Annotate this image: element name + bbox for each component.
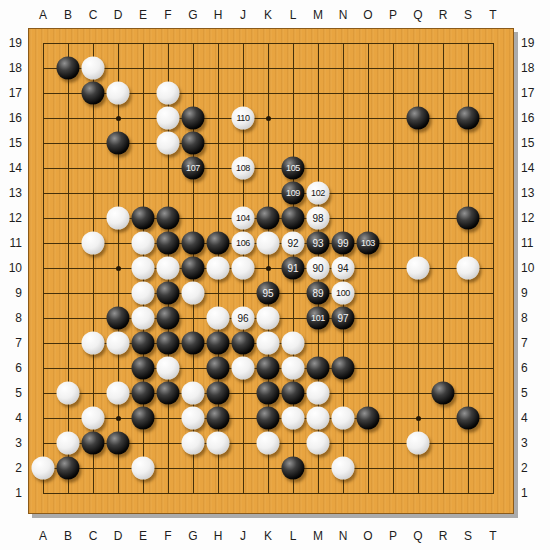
row-label-right: 13 bbox=[521, 186, 545, 200]
white-stone: 94 bbox=[332, 257, 355, 280]
column-label-bottom: C bbox=[83, 529, 103, 543]
column-label-bottom: D bbox=[108, 529, 128, 543]
black-stone: 101 bbox=[307, 307, 330, 330]
black-stone bbox=[207, 407, 230, 430]
row-label-right: 15 bbox=[521, 136, 545, 150]
white-stone bbox=[282, 332, 305, 355]
black-stone bbox=[457, 407, 480, 430]
row-label-left: 14 bbox=[2, 161, 22, 175]
white-stone bbox=[107, 82, 130, 105]
go-game-diagram: 1101071081051091021049810692939910391909… bbox=[0, 0, 550, 550]
column-label-top: O bbox=[358, 8, 378, 22]
column-label-top: L bbox=[283, 8, 303, 22]
black-stone bbox=[157, 307, 180, 330]
black-stone bbox=[407, 107, 430, 130]
black-stone bbox=[182, 107, 205, 130]
column-label-top: P bbox=[383, 8, 403, 22]
column-label-bottom: N bbox=[333, 529, 353, 543]
move-number-label: 107 bbox=[186, 164, 200, 173]
black-stone bbox=[82, 82, 105, 105]
white-stone bbox=[457, 257, 480, 280]
white-stone: 90 bbox=[307, 257, 330, 280]
row-label-right: 12 bbox=[521, 211, 545, 225]
white-stone bbox=[132, 257, 155, 280]
white-stone bbox=[407, 432, 430, 455]
move-number-label: 105 bbox=[286, 164, 300, 173]
white-stone bbox=[307, 407, 330, 430]
move-number-label: 95 bbox=[262, 288, 273, 298]
move-number-label: 106 bbox=[236, 239, 250, 248]
black-stone bbox=[157, 332, 180, 355]
row-label-left: 10 bbox=[2, 261, 22, 275]
column-label-top: H bbox=[208, 8, 228, 22]
move-number-label: 99 bbox=[337, 238, 348, 248]
row-label-right: 18 bbox=[521, 61, 545, 75]
black-stone: 91 bbox=[282, 257, 305, 280]
row-label-left: 12 bbox=[2, 211, 22, 225]
black-stone bbox=[107, 307, 130, 330]
white-stone: 102 bbox=[307, 182, 330, 205]
column-label-bottom: E bbox=[133, 529, 153, 543]
board-grid[interactable]: 1101071081051091021049810692939910391909… bbox=[43, 43, 494, 494]
white-stone bbox=[82, 407, 105, 430]
move-number-label: 101 bbox=[311, 314, 325, 323]
row-label-left: 1 bbox=[2, 486, 22, 500]
black-stone bbox=[157, 282, 180, 305]
column-label-bottom: M bbox=[308, 529, 328, 543]
black-stone bbox=[182, 332, 205, 355]
row-label-left: 4 bbox=[2, 411, 22, 425]
column-label-bottom: J bbox=[233, 529, 253, 543]
white-stone bbox=[157, 107, 180, 130]
star-point bbox=[116, 416, 121, 421]
row-label-right: 10 bbox=[521, 261, 545, 275]
column-label-bottom: B bbox=[58, 529, 78, 543]
white-stone bbox=[182, 407, 205, 430]
white-stone: 108 bbox=[232, 157, 255, 180]
move-number-label: 108 bbox=[236, 164, 250, 173]
white-stone bbox=[157, 257, 180, 280]
black-stone bbox=[207, 382, 230, 405]
black-stone bbox=[157, 232, 180, 255]
column-label-bottom: T bbox=[483, 529, 503, 543]
white-stone bbox=[257, 307, 280, 330]
black-stone bbox=[332, 357, 355, 380]
black-stone bbox=[207, 357, 230, 380]
row-label-right: 17 bbox=[521, 86, 545, 100]
column-label-top: E bbox=[133, 8, 153, 22]
white-stone bbox=[107, 207, 130, 230]
row-label-left: 16 bbox=[2, 111, 22, 125]
row-label-left: 2 bbox=[2, 461, 22, 475]
column-label-top: M bbox=[308, 8, 328, 22]
move-number-label: 96 bbox=[237, 313, 248, 323]
white-stone bbox=[257, 432, 280, 455]
black-stone bbox=[157, 207, 180, 230]
black-stone bbox=[357, 407, 380, 430]
white-stone: 104 bbox=[232, 207, 255, 230]
black-stone bbox=[132, 407, 155, 430]
black-stone bbox=[457, 207, 480, 230]
column-label-bottom: A bbox=[33, 529, 53, 543]
white-stone: 100 bbox=[332, 282, 355, 305]
white-stone bbox=[282, 407, 305, 430]
column-label-top: C bbox=[83, 8, 103, 22]
column-label-top: J bbox=[233, 8, 253, 22]
row-label-left: 13 bbox=[2, 186, 22, 200]
white-stone bbox=[107, 332, 130, 355]
white-stone bbox=[207, 257, 230, 280]
white-stone bbox=[157, 357, 180, 380]
black-stone bbox=[282, 207, 305, 230]
black-stone bbox=[107, 132, 130, 155]
row-label-left: 11 bbox=[2, 236, 22, 250]
star-point bbox=[416, 416, 421, 421]
row-label-right: 11 bbox=[521, 236, 545, 250]
column-label-top: G bbox=[183, 8, 203, 22]
black-stone bbox=[82, 432, 105, 455]
white-stone bbox=[132, 282, 155, 305]
column-label-bottom: H bbox=[208, 529, 228, 543]
column-label-bottom: Q bbox=[408, 529, 428, 543]
row-label-left: 7 bbox=[2, 336, 22, 350]
white-stone bbox=[307, 382, 330, 405]
row-label-right: 16 bbox=[521, 111, 545, 125]
column-label-top: D bbox=[108, 8, 128, 22]
move-number-label: 104 bbox=[236, 214, 250, 223]
white-stone: 98 bbox=[307, 207, 330, 230]
black-stone: 103 bbox=[357, 232, 380, 255]
row-label-left: 9 bbox=[2, 286, 22, 300]
black-stone: 107 bbox=[182, 157, 205, 180]
row-label-left: 18 bbox=[2, 61, 22, 75]
white-stone bbox=[57, 432, 80, 455]
white-stone bbox=[332, 457, 355, 480]
white-stone bbox=[232, 257, 255, 280]
black-stone bbox=[132, 382, 155, 405]
black-stone bbox=[257, 382, 280, 405]
row-label-left: 5 bbox=[2, 386, 22, 400]
row-label-left: 6 bbox=[2, 361, 22, 375]
black-stone: 109 bbox=[282, 182, 305, 205]
star-point bbox=[116, 116, 121, 121]
black-stone bbox=[282, 382, 305, 405]
row-label-right: 2 bbox=[521, 461, 545, 475]
move-number-label: 97 bbox=[337, 313, 348, 323]
row-label-right: 5 bbox=[521, 386, 545, 400]
go-board[interactable]: 1101071081051091021049810692939910391909… bbox=[28, 28, 514, 514]
white-stone bbox=[107, 382, 130, 405]
white-stone bbox=[57, 382, 80, 405]
column-label-top: S bbox=[458, 8, 478, 22]
move-number-label: 93 bbox=[312, 238, 323, 248]
move-number-label: 92 bbox=[287, 238, 298, 248]
black-stone: 95 bbox=[257, 282, 280, 305]
black-stone bbox=[157, 382, 180, 405]
column-label-top: R bbox=[433, 8, 453, 22]
row-label-left: 15 bbox=[2, 136, 22, 150]
column-label-top: K bbox=[258, 8, 278, 22]
black-stone bbox=[182, 232, 205, 255]
column-label-top: Q bbox=[408, 8, 428, 22]
black-stone bbox=[132, 207, 155, 230]
white-stone bbox=[207, 432, 230, 455]
black-stone bbox=[257, 357, 280, 380]
column-label-bottom: S bbox=[458, 529, 478, 543]
white-stone bbox=[282, 357, 305, 380]
white-stone bbox=[182, 382, 205, 405]
column-label-bottom: K bbox=[258, 529, 278, 543]
column-label-top: T bbox=[483, 8, 503, 22]
white-stone bbox=[207, 307, 230, 330]
row-label-right: 7 bbox=[521, 336, 545, 350]
black-stone bbox=[132, 332, 155, 355]
move-number-label: 98 bbox=[312, 213, 323, 223]
white-stone: 106 bbox=[232, 232, 255, 255]
move-number-label: 102 bbox=[311, 189, 325, 198]
black-stone: 105 bbox=[282, 157, 305, 180]
column-label-top: B bbox=[58, 8, 78, 22]
move-number-label: 94 bbox=[337, 263, 348, 273]
star-point bbox=[116, 266, 121, 271]
white-stone bbox=[407, 257, 430, 280]
row-label-right: 8 bbox=[521, 311, 545, 325]
black-stone bbox=[257, 207, 280, 230]
row-label-left: 3 bbox=[2, 436, 22, 450]
white-stone: 110 bbox=[232, 107, 255, 130]
white-stone bbox=[132, 457, 155, 480]
white-stone bbox=[32, 457, 55, 480]
column-label-bottom: R bbox=[433, 529, 453, 543]
row-label-right: 4 bbox=[521, 411, 545, 425]
column-label-bottom: L bbox=[283, 529, 303, 543]
black-stone bbox=[207, 232, 230, 255]
white-stone bbox=[157, 132, 180, 155]
white-stone bbox=[132, 307, 155, 330]
column-label-top: F bbox=[158, 8, 178, 22]
column-label-top: A bbox=[33, 8, 53, 22]
white-stone bbox=[307, 432, 330, 455]
row-label-right: 3 bbox=[521, 436, 545, 450]
black-stone bbox=[182, 257, 205, 280]
column-label-top: N bbox=[333, 8, 353, 22]
black-stone bbox=[132, 357, 155, 380]
black-stone bbox=[232, 332, 255, 355]
black-stone bbox=[307, 357, 330, 380]
white-stone bbox=[82, 232, 105, 255]
black-stone: 99 bbox=[332, 232, 355, 255]
white-stone bbox=[157, 82, 180, 105]
row-label-left: 8 bbox=[2, 311, 22, 325]
black-stone: 89 bbox=[307, 282, 330, 305]
black-stone bbox=[432, 382, 455, 405]
row-label-right: 9 bbox=[521, 286, 545, 300]
row-label-left: 17 bbox=[2, 86, 22, 100]
row-label-left: 19 bbox=[2, 36, 22, 50]
move-number-label: 90 bbox=[312, 263, 323, 273]
white-stone: 92 bbox=[282, 232, 305, 255]
white-stone bbox=[232, 357, 255, 380]
column-label-bottom: O bbox=[358, 529, 378, 543]
black-stone bbox=[257, 407, 280, 430]
white-stone bbox=[82, 332, 105, 355]
star-point bbox=[266, 266, 271, 271]
move-number-label: 89 bbox=[312, 288, 323, 298]
move-number-label: 109 bbox=[286, 189, 300, 198]
move-number-label: 91 bbox=[287, 263, 298, 273]
black-stone bbox=[182, 132, 205, 155]
move-number-label: 100 bbox=[336, 289, 350, 298]
column-label-bottom: F bbox=[158, 529, 178, 543]
black-stone bbox=[207, 332, 230, 355]
white-stone bbox=[332, 407, 355, 430]
black-stone: 93 bbox=[307, 232, 330, 255]
move-number-label: 103 bbox=[361, 239, 375, 248]
black-stone bbox=[107, 432, 130, 455]
white-stone bbox=[182, 432, 205, 455]
white-stone bbox=[257, 232, 280, 255]
black-stone bbox=[457, 107, 480, 130]
column-label-bottom: P bbox=[383, 529, 403, 543]
row-label-right: 19 bbox=[521, 36, 545, 50]
black-stone bbox=[57, 57, 80, 80]
row-label-right: 14 bbox=[521, 161, 545, 175]
white-stone bbox=[182, 282, 205, 305]
black-stone bbox=[282, 457, 305, 480]
black-stone: 97 bbox=[332, 307, 355, 330]
black-stone bbox=[57, 457, 80, 480]
move-number-label: 110 bbox=[236, 114, 249, 123]
row-label-right: 6 bbox=[521, 361, 545, 375]
column-label-bottom: G bbox=[183, 529, 203, 543]
row-label-right: 1 bbox=[521, 486, 545, 500]
star-point bbox=[266, 116, 271, 121]
white-stone bbox=[132, 232, 155, 255]
white-stone bbox=[82, 57, 105, 80]
white-stone: 96 bbox=[232, 307, 255, 330]
white-stone bbox=[257, 332, 280, 355]
